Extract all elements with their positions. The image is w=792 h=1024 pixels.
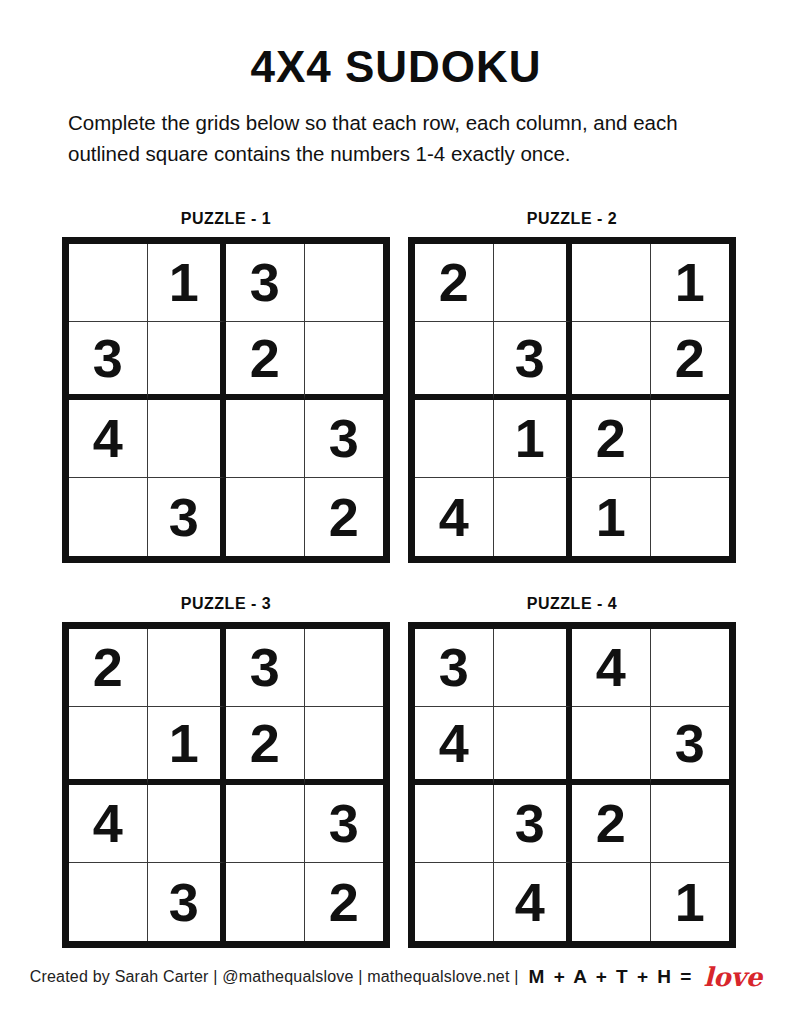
cell-r4c1[interactable] bbox=[69, 478, 148, 556]
cell-r3c1[interactable] bbox=[415, 785, 494, 863]
puzzle-4: PUZZLE - 4 34433241 bbox=[408, 595, 736, 948]
cell-r4c3: 1 bbox=[572, 478, 651, 556]
instructions-text: Complete the grids below so that each ro… bbox=[68, 108, 716, 170]
cell-r4c3[interactable] bbox=[226, 478, 305, 556]
cell-r2c4[interactable] bbox=[305, 322, 384, 400]
cell-r3c2: 1 bbox=[494, 400, 573, 478]
cell-r3c3[interactable] bbox=[226, 785, 305, 863]
puzzle-1-label: PUZZLE - 1 bbox=[62, 210, 390, 228]
sudoku-board-1: 13324332 bbox=[62, 237, 390, 563]
cell-r3c4[interactable] bbox=[651, 785, 730, 863]
cell-r4c3[interactable] bbox=[226, 863, 305, 941]
cell-r3c4: 3 bbox=[305, 785, 384, 863]
cell-r3c3: 2 bbox=[572, 785, 651, 863]
cell-r2c1[interactable] bbox=[415, 322, 494, 400]
cell-r3c1: 4 bbox=[69, 400, 148, 478]
puzzle-3-label: PUZZLE - 3 bbox=[62, 595, 390, 613]
cell-r2c3[interactable] bbox=[572, 707, 651, 785]
cell-r2c4[interactable] bbox=[305, 707, 384, 785]
footer-love-script: love bbox=[703, 964, 762, 990]
cell-r2c3: 2 bbox=[226, 322, 305, 400]
cell-r4c1[interactable] bbox=[415, 863, 494, 941]
cell-r1c1: 3 bbox=[415, 629, 494, 707]
cell-r3c1: 4 bbox=[69, 785, 148, 863]
cell-r1c2[interactable] bbox=[494, 244, 573, 322]
footer-credit-text: Created by Sarah Carter | @mathequalslov… bbox=[30, 968, 519, 986]
cell-r3c4: 3 bbox=[305, 400, 384, 478]
puzzle-3: PUZZLE - 3 23124332 bbox=[62, 595, 390, 948]
cell-r1c4[interactable] bbox=[305, 244, 384, 322]
cell-r3c1[interactable] bbox=[415, 400, 494, 478]
sudoku-board-3: 23124332 bbox=[62, 622, 390, 948]
cell-r4c2: 3 bbox=[148, 863, 227, 941]
cell-r2c2[interactable] bbox=[148, 322, 227, 400]
cell-r4c4: 2 bbox=[305, 863, 384, 941]
cell-r3c3[interactable] bbox=[226, 400, 305, 478]
cell-r4c4: 1 bbox=[651, 863, 730, 941]
cell-r2c2: 1 bbox=[148, 707, 227, 785]
puzzle-2-label: PUZZLE - 2 bbox=[408, 210, 736, 228]
cell-r4c4: 2 bbox=[305, 478, 384, 556]
cell-r2c2[interactable] bbox=[494, 707, 573, 785]
cell-r1c2[interactable] bbox=[494, 629, 573, 707]
cell-r3c2[interactable] bbox=[148, 400, 227, 478]
cell-r2c1: 4 bbox=[415, 707, 494, 785]
cell-r3c4[interactable] bbox=[651, 400, 730, 478]
cell-r2c1[interactable] bbox=[69, 707, 148, 785]
cell-r1c4: 1 bbox=[651, 244, 730, 322]
cell-r1c3: 3 bbox=[226, 629, 305, 707]
cell-r4c2[interactable] bbox=[494, 478, 573, 556]
cell-r3c3: 2 bbox=[572, 400, 651, 478]
puzzles-grid: PUZZLE - 1 13324332 PUZZLE - 2 21321241 … bbox=[0, 210, 792, 948]
cell-r4c2: 4 bbox=[494, 863, 573, 941]
cell-r1c4[interactable] bbox=[651, 629, 730, 707]
cell-r4c1[interactable] bbox=[69, 863, 148, 941]
footer: Created by Sarah Carter | @mathequalslov… bbox=[0, 964, 792, 990]
cell-r1c1: 2 bbox=[69, 629, 148, 707]
cell-r1c2[interactable] bbox=[148, 629, 227, 707]
cell-r1c3: 3 bbox=[226, 244, 305, 322]
cell-r3c2[interactable] bbox=[148, 785, 227, 863]
puzzle-2: PUZZLE - 2 21321241 bbox=[408, 210, 736, 563]
puzzle-4-label: PUZZLE - 4 bbox=[408, 595, 736, 613]
cell-r2c3[interactable] bbox=[572, 322, 651, 400]
page-title: 4X4 SUDOKU bbox=[0, 0, 792, 92]
cell-r2c1: 3 bbox=[69, 322, 148, 400]
cell-r3c2: 3 bbox=[494, 785, 573, 863]
cell-r4c3[interactable] bbox=[572, 863, 651, 941]
worksheet-page: 4X4 SUDOKU Complete the grids below so t… bbox=[0, 0, 792, 1024]
cell-r4c4[interactable] bbox=[651, 478, 730, 556]
sudoku-board-4: 34433241 bbox=[408, 622, 736, 948]
cell-r1c4[interactable] bbox=[305, 629, 384, 707]
cell-r1c2: 1 bbox=[148, 244, 227, 322]
cell-r2c2: 3 bbox=[494, 322, 573, 400]
cell-r4c1: 4 bbox=[415, 478, 494, 556]
cell-r2c4: 2 bbox=[651, 322, 730, 400]
cell-r1c3[interactable] bbox=[572, 244, 651, 322]
cell-r2c4: 3 bbox=[651, 707, 730, 785]
cell-r1c1: 2 bbox=[415, 244, 494, 322]
footer-brand-text: M + A + T + H = bbox=[529, 966, 694, 988]
cell-r1c3: 4 bbox=[572, 629, 651, 707]
cell-r4c2: 3 bbox=[148, 478, 227, 556]
cell-r2c3: 2 bbox=[226, 707, 305, 785]
sudoku-board-2: 21321241 bbox=[408, 237, 736, 563]
cell-r1c1[interactable] bbox=[69, 244, 148, 322]
puzzle-1: PUZZLE - 1 13324332 bbox=[62, 210, 390, 563]
